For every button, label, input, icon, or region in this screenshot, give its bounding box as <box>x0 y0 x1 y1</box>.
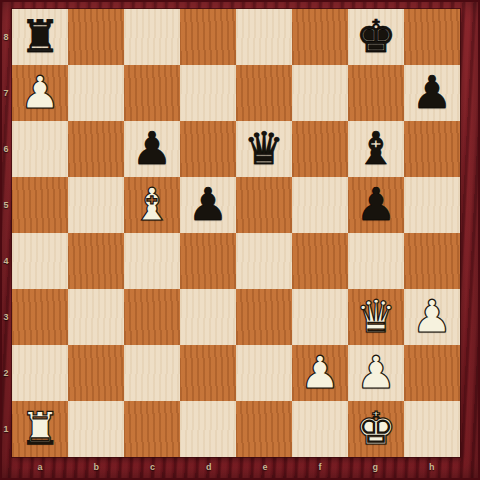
rank-label-2: 2 <box>0 345 12 401</box>
square-h5[interactable] <box>404 177 460 233</box>
square-d2[interactable] <box>180 345 236 401</box>
square-f1[interactable] <box>292 401 348 457</box>
square-g6[interactable]: ♝ <box>348 121 404 177</box>
white-rook[interactable]: ♜ <box>12 401 68 457</box>
square-e2[interactable] <box>236 345 292 401</box>
file-label-c: c <box>125 457 181 480</box>
square-a3[interactable] <box>12 289 68 345</box>
square-a7[interactable]: ♟ <box>12 65 68 121</box>
rank-label-3: 3 <box>0 289 12 345</box>
rank-label-1: 1 <box>0 401 12 457</box>
square-h4[interactable] <box>404 233 460 289</box>
square-c8[interactable] <box>124 9 180 65</box>
square-g4[interactable] <box>348 233 404 289</box>
black-pawn[interactable]: ♟ <box>124 121 180 177</box>
white-pawn[interactable]: ♟ <box>348 345 404 401</box>
square-d4[interactable] <box>180 233 236 289</box>
square-b4[interactable] <box>68 233 124 289</box>
square-b8[interactable] <box>68 9 124 65</box>
rank-label-5: 5 <box>0 177 12 233</box>
chess-board-frame: 87654321 ♜♚♟♟♟♛♝♝♟♟♛♟♟♟♜♚ abcdefgh <box>0 0 480 480</box>
square-d8[interactable] <box>180 9 236 65</box>
square-e1[interactable] <box>236 401 292 457</box>
square-b6[interactable] <box>68 121 124 177</box>
file-label-a: a <box>12 457 68 480</box>
square-g1[interactable]: ♚ <box>348 401 404 457</box>
square-f7[interactable] <box>292 65 348 121</box>
white-queen[interactable]: ♛ <box>348 289 404 345</box>
file-label-e: e <box>237 457 293 480</box>
square-c3[interactable] <box>124 289 180 345</box>
rank-label-6: 6 <box>0 121 12 177</box>
square-d6[interactable] <box>180 121 236 177</box>
square-a2[interactable] <box>12 345 68 401</box>
square-c4[interactable] <box>124 233 180 289</box>
square-e4[interactable] <box>236 233 292 289</box>
white-pawn[interactable]: ♟ <box>404 289 460 345</box>
square-b3[interactable] <box>68 289 124 345</box>
square-e6[interactable]: ♛ <box>236 121 292 177</box>
square-d1[interactable] <box>180 401 236 457</box>
square-g7[interactable] <box>348 65 404 121</box>
chess-board: ♜♚♟♟♟♛♝♝♟♟♛♟♟♟♜♚ <box>12 9 460 457</box>
square-f8[interactable] <box>292 9 348 65</box>
black-pawn[interactable]: ♟ <box>348 177 404 233</box>
square-g2[interactable]: ♟ <box>348 345 404 401</box>
rank-label-4: 4 <box>0 233 12 289</box>
white-pawn[interactable]: ♟ <box>12 65 68 121</box>
file-label-b: b <box>68 457 125 480</box>
square-g3[interactable]: ♛ <box>348 289 404 345</box>
square-b5[interactable] <box>68 177 124 233</box>
square-h1[interactable] <box>404 401 460 457</box>
square-a8[interactable]: ♜ <box>12 9 68 65</box>
black-rook[interactable]: ♜ <box>12 9 68 65</box>
square-c2[interactable] <box>124 345 180 401</box>
black-pawn[interactable]: ♟ <box>180 177 236 233</box>
white-bishop[interactable]: ♝ <box>124 177 180 233</box>
square-h8[interactable] <box>404 9 460 65</box>
black-queen[interactable]: ♛ <box>236 121 292 177</box>
file-labels: abcdefgh <box>12 457 460 480</box>
square-f5[interactable] <box>292 177 348 233</box>
square-g5[interactable]: ♟ <box>348 177 404 233</box>
square-f6[interactable] <box>292 121 348 177</box>
square-c1[interactable] <box>124 401 180 457</box>
file-label-g: g <box>347 457 404 480</box>
square-b2[interactable] <box>68 345 124 401</box>
square-e7[interactable] <box>236 65 292 121</box>
square-b1[interactable] <box>68 401 124 457</box>
white-king[interactable]: ♚ <box>348 401 404 457</box>
black-bishop[interactable]: ♝ <box>348 121 404 177</box>
file-label-f: f <box>293 457 347 480</box>
square-d7[interactable] <box>180 65 236 121</box>
square-h2[interactable] <box>404 345 460 401</box>
square-d3[interactable] <box>180 289 236 345</box>
square-c7[interactable] <box>124 65 180 121</box>
black-pawn[interactable]: ♟ <box>404 65 460 121</box>
square-a6[interactable] <box>12 121 68 177</box>
black-king[interactable]: ♚ <box>348 9 404 65</box>
square-g8[interactable]: ♚ <box>348 9 404 65</box>
file-label-h: h <box>404 457 461 480</box>
square-a5[interactable] <box>12 177 68 233</box>
rank-label-8: 8 <box>0 9 12 65</box>
square-h3[interactable]: ♟ <box>404 289 460 345</box>
square-c5[interactable]: ♝ <box>124 177 180 233</box>
rank-labels: 87654321 <box>0 9 12 457</box>
square-h6[interactable] <box>404 121 460 177</box>
square-h7[interactable]: ♟ <box>404 65 460 121</box>
square-f4[interactable] <box>292 233 348 289</box>
square-c6[interactable]: ♟ <box>124 121 180 177</box>
square-a1[interactable]: ♜ <box>12 401 68 457</box>
square-d5[interactable]: ♟ <box>180 177 236 233</box>
square-e5[interactable] <box>236 177 292 233</box>
square-b7[interactable] <box>68 65 124 121</box>
white-pawn[interactable]: ♟ <box>292 345 348 401</box>
file-label-d: d <box>181 457 238 480</box>
square-e3[interactable] <box>236 289 292 345</box>
square-f3[interactable] <box>292 289 348 345</box>
square-e8[interactable] <box>236 9 292 65</box>
square-f2[interactable]: ♟ <box>292 345 348 401</box>
rank-label-7: 7 <box>0 65 12 121</box>
square-a4[interactable] <box>12 233 68 289</box>
